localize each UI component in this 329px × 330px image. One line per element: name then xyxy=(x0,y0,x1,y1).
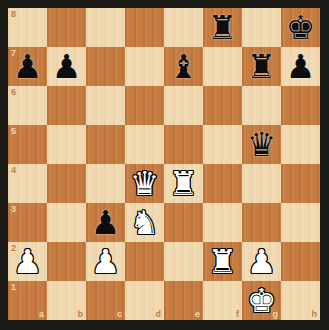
square-g7[interactable]: ♜ xyxy=(242,47,281,86)
square-h5[interactable] xyxy=(281,125,320,164)
square-h3[interactable] xyxy=(281,203,320,242)
square-f8[interactable]: ♜ xyxy=(203,8,242,47)
file-label-c: c xyxy=(117,309,122,319)
square-e7[interactable]: ♝ xyxy=(164,47,203,86)
file-label-d: d xyxy=(156,309,162,319)
piece-black-pawn[interactable]: ♟ xyxy=(281,47,320,86)
square-d4[interactable]: ♛ xyxy=(125,164,164,203)
piece-black-pawn[interactable]: ♟ xyxy=(8,47,47,86)
piece-white-pawn[interactable]: ♟ xyxy=(8,242,47,281)
square-b7[interactable]: ♟ xyxy=(47,47,86,86)
square-g3[interactable] xyxy=(242,203,281,242)
square-g6[interactable] xyxy=(242,86,281,125)
square-d7[interactable] xyxy=(125,47,164,86)
piece-white-queen[interactable]: ♛ xyxy=(125,164,164,203)
square-c7[interactable] xyxy=(86,47,125,86)
square-c4[interactable] xyxy=(86,164,125,203)
square-a3[interactable]: 3 xyxy=(8,203,47,242)
square-e6[interactable] xyxy=(164,86,203,125)
square-a1[interactable]: 1a xyxy=(8,281,47,320)
square-f2[interactable]: ♜ xyxy=(203,242,242,281)
square-a6[interactable]: 6 xyxy=(8,86,47,125)
square-h7[interactable]: ♟ xyxy=(281,47,320,86)
square-e2[interactable] xyxy=(164,242,203,281)
square-f1[interactable]: f xyxy=(203,281,242,320)
piece-white-pawn[interactable]: ♟ xyxy=(242,242,281,281)
square-d8[interactable] xyxy=(125,8,164,47)
square-b3[interactable] xyxy=(47,203,86,242)
square-b6[interactable] xyxy=(47,86,86,125)
square-c1[interactable]: c xyxy=(86,281,125,320)
square-c2[interactable]: ♟ xyxy=(86,242,125,281)
square-f4[interactable] xyxy=(203,164,242,203)
rank-label-5: 5 xyxy=(11,126,16,136)
rank-label-4: 4 xyxy=(11,165,16,175)
square-a8[interactable]: 8 xyxy=(8,8,47,47)
square-b5[interactable] xyxy=(47,125,86,164)
square-c6[interactable] xyxy=(86,86,125,125)
square-g4[interactable] xyxy=(242,164,281,203)
rank-label-6: 6 xyxy=(11,87,16,97)
piece-black-rook[interactable]: ♜ xyxy=(242,47,281,86)
square-b1[interactable]: b xyxy=(47,281,86,320)
square-d2[interactable] xyxy=(125,242,164,281)
square-g2[interactable]: ♟ xyxy=(242,242,281,281)
file-label-f: f xyxy=(236,309,239,319)
square-e5[interactable] xyxy=(164,125,203,164)
square-h8[interactable]: ♚ xyxy=(281,8,320,47)
piece-white-rook[interactable]: ♜ xyxy=(164,164,203,203)
piece-white-king[interactable]: ♚ xyxy=(242,281,281,320)
file-label-e: e xyxy=(195,309,200,319)
file-label-a: a xyxy=(39,309,44,319)
chessboard: 8♜♚7♟♟♝♜♟65♛4♛♜3♟♞2♟♟♜♟1abcdefg♚h xyxy=(8,8,320,320)
square-d3[interactable]: ♞ xyxy=(125,203,164,242)
square-g5[interactable]: ♛ xyxy=(242,125,281,164)
square-a4[interactable]: 4 xyxy=(8,164,47,203)
piece-black-queen[interactable]: ♛ xyxy=(242,125,281,164)
square-g8[interactable] xyxy=(242,8,281,47)
piece-white-knight[interactable]: ♞ xyxy=(125,203,164,242)
piece-white-pawn[interactable]: ♟ xyxy=(86,242,125,281)
piece-black-bishop[interactable]: ♝ xyxy=(164,47,203,86)
square-c8[interactable] xyxy=(86,8,125,47)
chessboard-frame: 8♜♚7♟♟♝♜♟65♛4♛♜3♟♞2♟♟♜♟1abcdefg♚h xyxy=(0,0,329,330)
square-d1[interactable]: d xyxy=(125,281,164,320)
square-f6[interactable] xyxy=(203,86,242,125)
piece-black-king[interactable]: ♚ xyxy=(281,8,320,47)
piece-black-pawn[interactable]: ♟ xyxy=(86,203,125,242)
piece-white-rook[interactable]: ♜ xyxy=(203,242,242,281)
square-a5[interactable]: 5 xyxy=(8,125,47,164)
square-b8[interactable] xyxy=(47,8,86,47)
rank-label-8: 8 xyxy=(11,9,16,19)
square-e3[interactable] xyxy=(164,203,203,242)
piece-black-pawn[interactable]: ♟ xyxy=(47,47,86,86)
square-e8[interactable] xyxy=(164,8,203,47)
square-d6[interactable] xyxy=(125,86,164,125)
rank-label-1: 1 xyxy=(11,282,16,292)
piece-black-rook[interactable]: ♜ xyxy=(203,8,242,47)
square-a7[interactable]: 7♟ xyxy=(8,47,47,86)
square-b4[interactable] xyxy=(47,164,86,203)
square-f5[interactable] xyxy=(203,125,242,164)
square-h1[interactable]: h xyxy=(281,281,320,320)
rank-label-3: 3 xyxy=(11,204,16,214)
square-f7[interactable] xyxy=(203,47,242,86)
square-d5[interactable] xyxy=(125,125,164,164)
square-h4[interactable] xyxy=(281,164,320,203)
square-c3[interactable]: ♟ xyxy=(86,203,125,242)
file-label-b: b xyxy=(78,309,84,319)
square-b2[interactable] xyxy=(47,242,86,281)
square-f3[interactable] xyxy=(203,203,242,242)
square-a2[interactable]: 2♟ xyxy=(8,242,47,281)
square-e4[interactable]: ♜ xyxy=(164,164,203,203)
square-h6[interactable] xyxy=(281,86,320,125)
square-e1[interactable]: e xyxy=(164,281,203,320)
file-label-h: h xyxy=(312,309,318,319)
square-c5[interactable] xyxy=(86,125,125,164)
square-h2[interactable] xyxy=(281,242,320,281)
square-g1[interactable]: g♚ xyxy=(242,281,281,320)
